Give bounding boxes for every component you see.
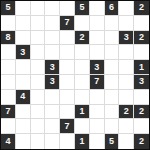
empty-cell-r3c5[interactable]	[75, 45, 90, 60]
empty-cell-r2c6[interactable]	[90, 31, 105, 46]
empty-cell-r2c1[interactable]	[16, 31, 31, 46]
empty-cell-r4c5[interactable]	[75, 60, 90, 75]
empty-cell-r9c6[interactable]	[90, 134, 105, 149]
empty-cell-r1c6[interactable]	[90, 16, 105, 31]
empty-cell-r5c7[interactable]	[105, 75, 120, 90]
empty-cell-r2c4[interactable]	[60, 31, 75, 46]
empty-cell-r8c5[interactable]	[75, 119, 90, 134]
empty-cell-r6c3[interactable]	[45, 90, 60, 105]
empty-cell-r4c2[interactable]	[31, 60, 46, 75]
clue-cell-r5c9[interactable]: 3	[134, 75, 149, 90]
empty-cell-r7c7[interactable]	[105, 105, 120, 120]
empty-cell-r8c0[interactable]	[1, 119, 16, 134]
empty-cell-r4c0[interactable]	[1, 60, 16, 75]
clue-cell-r7c9[interactable]: 2	[134, 105, 149, 120]
empty-cell-r7c3[interactable]	[45, 105, 60, 120]
empty-cell-r3c8[interactable]	[119, 45, 134, 60]
clue-cell-r9c7[interactable]: 5	[105, 134, 120, 149]
empty-cell-r9c1[interactable]	[16, 134, 31, 149]
empty-cell-r8c6[interactable]	[90, 119, 105, 134]
empty-cell-r6c6[interactable]	[90, 90, 105, 105]
clue-cell-r0c5[interactable]: 5	[75, 1, 90, 16]
clue-cell-r5c3[interactable]: 3	[45, 75, 60, 90]
empty-cell-r4c4[interactable]	[60, 60, 75, 75]
empty-cell-r1c8[interactable]	[119, 16, 134, 31]
empty-cell-r7c4[interactable]	[60, 105, 75, 120]
empty-cell-r3c3[interactable]	[45, 45, 60, 60]
shikaku-board: 55627823233313734712274152	[0, 0, 150, 150]
empty-cell-r9c3[interactable]	[45, 134, 60, 149]
clue-cell-r8c4[interactable]: 7	[60, 119, 75, 134]
empty-cell-r7c2[interactable]	[31, 105, 46, 120]
clue-cell-r4c3[interactable]: 3	[45, 60, 60, 75]
empty-cell-r8c8[interactable]	[119, 119, 134, 134]
empty-cell-r5c1[interactable]	[16, 75, 31, 90]
empty-cell-r9c8[interactable]	[119, 134, 134, 149]
empty-cell-r5c0[interactable]	[1, 75, 16, 90]
empty-cell-r3c6[interactable]	[90, 45, 105, 60]
empty-cell-r1c2[interactable]	[31, 16, 46, 31]
empty-cell-r4c8[interactable]	[119, 60, 134, 75]
empty-cell-r0c4[interactable]	[60, 1, 75, 16]
clue-cell-r9c5[interactable]: 1	[75, 134, 90, 149]
empty-cell-r0c6[interactable]	[90, 1, 105, 16]
clue-cell-r0c9[interactable]: 2	[134, 1, 149, 16]
clue-cell-r7c8[interactable]: 2	[119, 105, 134, 120]
clue-cell-r9c0[interactable]: 4	[1, 134, 16, 149]
clue-cell-r5c6[interactable]: 7	[90, 75, 105, 90]
clue-cell-r2c8[interactable]: 3	[119, 31, 134, 46]
empty-cell-r2c2[interactable]	[31, 31, 46, 46]
empty-cell-r8c7[interactable]	[105, 119, 120, 134]
empty-cell-r1c7[interactable]	[105, 16, 120, 31]
clue-cell-r9c9[interactable]: 2	[134, 134, 149, 149]
empty-cell-r7c6[interactable]	[90, 105, 105, 120]
clue-cell-r2c5[interactable]: 2	[75, 31, 90, 46]
empty-cell-r1c0[interactable]	[1, 16, 16, 31]
clue-cell-r3c1[interactable]: 3	[16, 45, 31, 60]
clue-cell-r2c0[interactable]: 8	[1, 31, 16, 46]
empty-cell-r9c4[interactable]	[60, 134, 75, 149]
empty-cell-r8c9[interactable]	[134, 119, 149, 134]
clue-cell-r0c7[interactable]: 6	[105, 1, 120, 16]
empty-cell-r3c0[interactable]	[1, 45, 16, 60]
empty-cell-r6c5[interactable]	[75, 90, 90, 105]
empty-cell-r5c2[interactable]	[31, 75, 46, 90]
clue-cell-r4c6[interactable]: 3	[90, 60, 105, 75]
empty-cell-r8c2[interactable]	[31, 119, 46, 134]
empty-cell-r3c2[interactable]	[31, 45, 46, 60]
empty-cell-r5c4[interactable]	[60, 75, 75, 90]
empty-cell-r5c8[interactable]	[119, 75, 134, 90]
empty-cell-r0c1[interactable]	[16, 1, 31, 16]
clue-cell-r6c1[interactable]: 4	[16, 90, 31, 105]
clue-cell-r4c9[interactable]: 1	[134, 60, 149, 75]
empty-cell-r1c1[interactable]	[16, 16, 31, 31]
empty-cell-r9c2[interactable]	[31, 134, 46, 149]
empty-cell-r6c7[interactable]	[105, 90, 120, 105]
empty-cell-r8c1[interactable]	[16, 119, 31, 134]
empty-cell-r4c1[interactable]	[16, 60, 31, 75]
clue-cell-r1c4[interactable]: 7	[60, 16, 75, 31]
clue-cell-r0c0[interactable]: 5	[1, 1, 16, 16]
empty-cell-r2c3[interactable]	[45, 31, 60, 46]
empty-cell-r6c8[interactable]	[119, 90, 134, 105]
empty-cell-r3c9[interactable]	[134, 45, 149, 60]
puzzle-board-wrapper: 55627823233313734712274152	[0, 0, 150, 150]
empty-cell-r6c9[interactable]	[134, 90, 149, 105]
empty-cell-r1c3[interactable]	[45, 16, 60, 31]
empty-cell-r6c2[interactable]	[31, 90, 46, 105]
empty-cell-r0c2[interactable]	[31, 1, 46, 16]
empty-cell-r8c3[interactable]	[45, 119, 60, 134]
empty-cell-r7c1[interactable]	[16, 105, 31, 120]
empty-cell-r1c5[interactable]	[75, 16, 90, 31]
empty-cell-r2c7[interactable]	[105, 31, 120, 46]
empty-cell-r3c7[interactable]	[105, 45, 120, 60]
clue-cell-r7c5[interactable]: 1	[75, 105, 90, 120]
empty-cell-r5c5[interactable]	[75, 75, 90, 90]
empty-cell-r0c3[interactable]	[45, 1, 60, 16]
empty-cell-r6c4[interactable]	[60, 90, 75, 105]
empty-cell-r4c7[interactable]	[105, 60, 120, 75]
clue-cell-r7c0[interactable]: 7	[1, 105, 16, 120]
empty-cell-r0c8[interactable]	[119, 1, 134, 16]
clue-cell-r2c9[interactable]: 2	[134, 31, 149, 46]
empty-cell-r1c9[interactable]	[134, 16, 149, 31]
empty-cell-r3c4[interactable]	[60, 45, 75, 60]
empty-cell-r6c0[interactable]	[1, 90, 16, 105]
